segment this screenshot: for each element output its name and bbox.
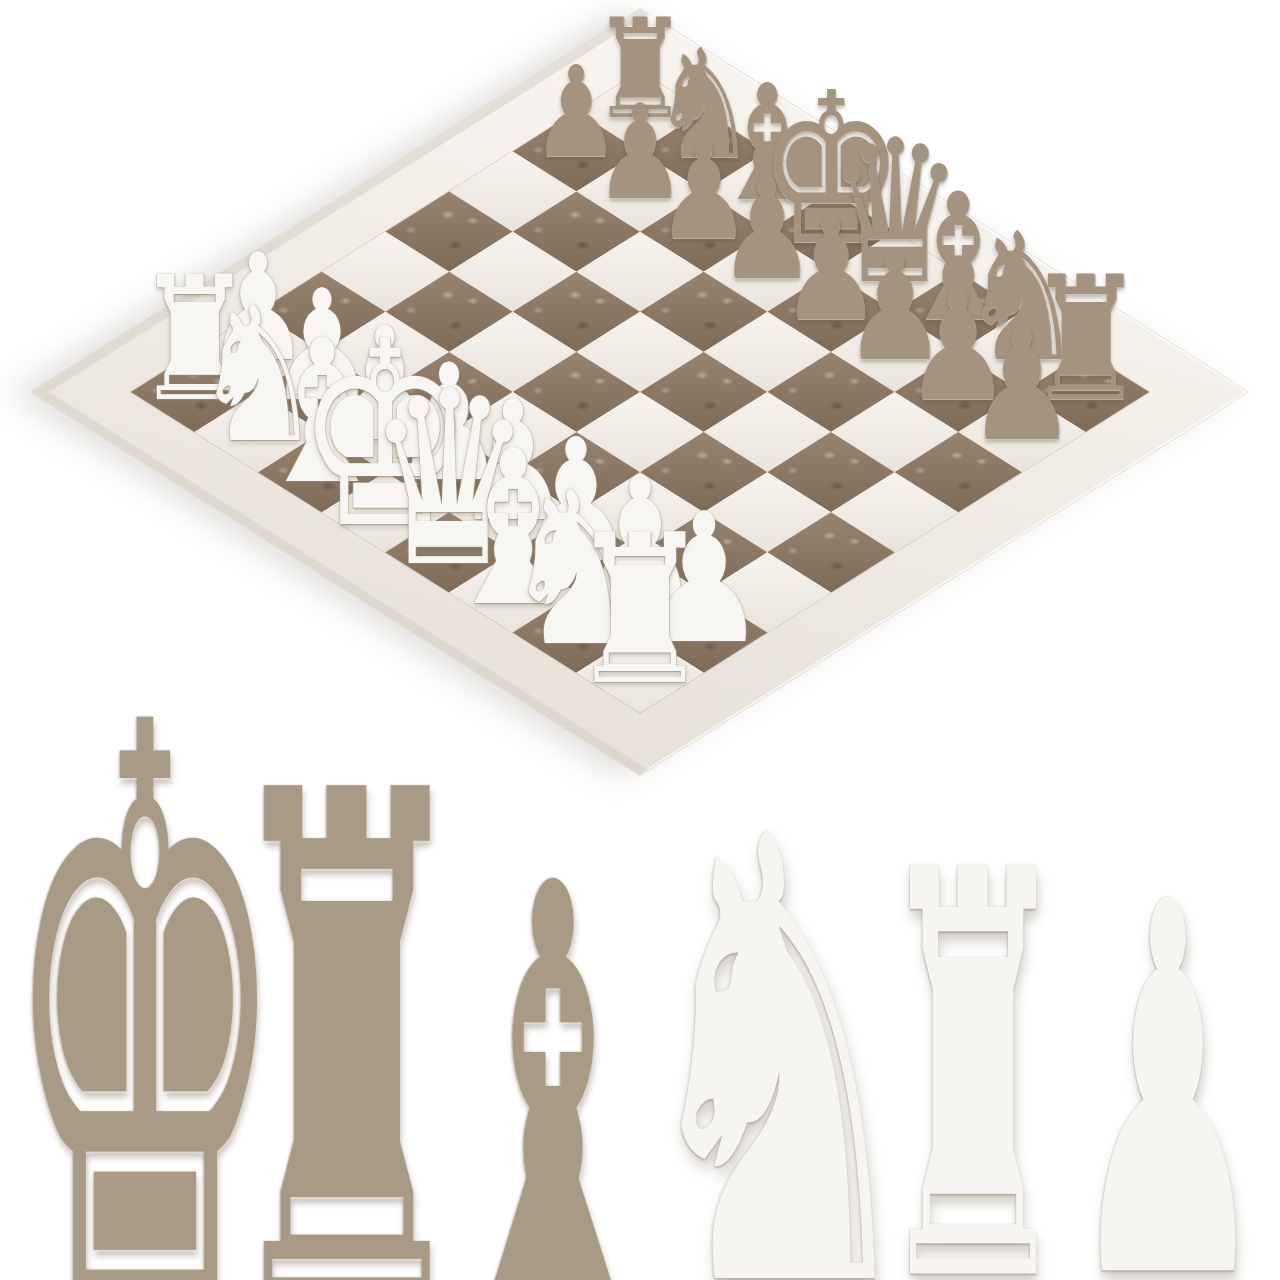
rook-glyph: ♜	[568, 507, 713, 714]
piece-grey-pawn-a7[interactable]: ♟	[951, 306, 1092, 463]
pawn-glyph: ♟	[967, 306, 1077, 463]
product-photo-stage: ♜♞♝♛♚♝♞♜♟♟♟♟♟♟♟♟♟♟♟♟♟♟♟♟♜♞♝♛♚♝♞♜ ♚♜♝♞♜♟	[0, 0, 1280, 1280]
closeup-white-pawn: ♟	[939, 837, 1280, 1280]
piece-white-rook-a1[interactable]: ♜	[547, 507, 733, 714]
pawn-glyph: ♟	[1067, 837, 1269, 1280]
